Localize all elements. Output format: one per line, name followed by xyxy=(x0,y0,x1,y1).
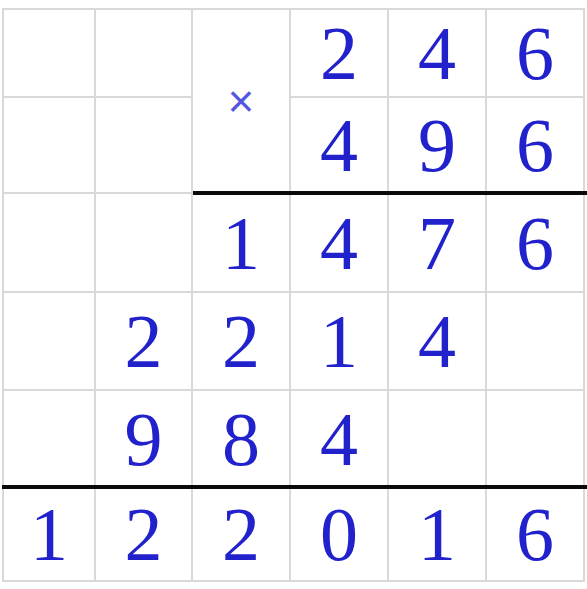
empty-cell-r5c1 xyxy=(4,391,96,488)
empty-cell-r1c2 xyxy=(96,10,193,98)
empty-cell-r4c1 xyxy=(4,293,96,391)
empty-cell-r3c2 xyxy=(96,194,193,293)
empty-cell-r1c1 xyxy=(4,10,96,98)
empty-cell-r2c2 xyxy=(96,98,193,194)
multiply-operator-cell: × xyxy=(193,10,291,194)
digit-cell-r6c1: 1 xyxy=(4,488,96,582)
digit-cell-r3c6: 6 xyxy=(487,194,585,293)
digit-cell-r6c2: 2 xyxy=(96,488,193,582)
digit-cell-r4c3: 2 xyxy=(193,293,291,391)
empty-cell-r2c1 xyxy=(4,98,96,194)
digit-cell-r6c3: 2 xyxy=(193,488,291,582)
digit-cell-r3c3: 1 xyxy=(193,194,291,293)
digit-cell-r5c2: 9 xyxy=(96,391,193,488)
digit-cell-r2c4: 4 xyxy=(291,98,389,194)
digit-cell-r3c5: 7 xyxy=(389,194,487,293)
empty-cell-r5c6 xyxy=(487,391,585,488)
digit-cell-r3c4: 4 xyxy=(291,194,389,293)
operands-rule-line xyxy=(193,191,587,195)
digit-cell-r2c5: 9 xyxy=(389,98,487,194)
digit-cell-r1c6: 6 xyxy=(487,10,585,98)
empty-cell-r5c5 xyxy=(389,391,487,488)
digit-cell-r5c4: 4 xyxy=(291,391,389,488)
digit-cell-r6c6: 6 xyxy=(487,488,585,582)
multiplication-grid: ×24649614762214984122016 xyxy=(2,8,585,582)
digit-cell-r5c3: 8 xyxy=(193,391,291,488)
digit-cell-r2c6: 6 xyxy=(487,98,585,194)
digit-cell-r4c4: 1 xyxy=(291,293,389,391)
digit-cell-r4c2: 2 xyxy=(96,293,193,391)
digit-cell-r6c5: 1 xyxy=(389,488,487,582)
empty-cell-r4c6 xyxy=(487,293,585,391)
digit-cell-r1c4: 2 xyxy=(291,10,389,98)
digit-cell-r4c5: 4 xyxy=(389,293,487,391)
digit-cell-r6c4: 0 xyxy=(291,488,389,582)
empty-cell-r3c1 xyxy=(4,194,96,293)
digit-cell-r1c5: 4 xyxy=(389,10,487,98)
total-rule-line xyxy=(2,485,587,489)
